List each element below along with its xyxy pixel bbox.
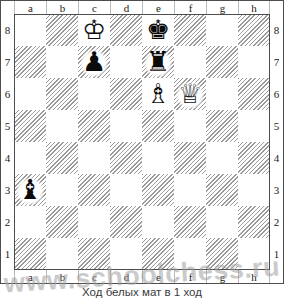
- rank-label-right-5: 5: [270, 110, 283, 142]
- board-grid: abcdefgh8♔♚87♟♜76♗♕655443♝32211abcdefgh: [1, 1, 283, 283]
- file-label-bottom-f: f: [174, 270, 206, 283]
- page: abcdefgh8♔♚87♟♜76♗♕655443♝32211abcdefgh …: [0, 0, 284, 300]
- square-e1[interactable]: [142, 238, 174, 270]
- square-d8[interactable]: [110, 14, 142, 46]
- file-label-bottom-a: a: [14, 270, 46, 283]
- square-g8[interactable]: [206, 14, 238, 46]
- piece-white-queen: ♕: [174, 78, 206, 110]
- square-g2[interactable]: [206, 206, 238, 238]
- square-h2[interactable]: [238, 206, 270, 238]
- file-label-top-e: e: [142, 1, 174, 14]
- rank-label-left-5: 5: [1, 110, 14, 142]
- square-h8[interactable]: [238, 14, 270, 46]
- square-f5[interactable]: [174, 110, 206, 142]
- rank-label-right-6: 6: [270, 78, 283, 110]
- rank-label-right-3: 3: [270, 174, 283, 206]
- square-e5[interactable]: [142, 110, 174, 142]
- square-b1[interactable]: [46, 238, 78, 270]
- square-h5[interactable]: [238, 110, 270, 142]
- square-c2[interactable]: [78, 206, 110, 238]
- square-d5[interactable]: [110, 110, 142, 142]
- file-label-top-d: d: [110, 1, 142, 14]
- file-label-bottom-h: h: [238, 270, 270, 283]
- piece-white-king: ♔: [78, 14, 110, 46]
- square-g6[interactable]: [206, 78, 238, 110]
- square-e6[interactable]: ♗: [142, 78, 174, 110]
- square-b6[interactable]: [46, 78, 78, 110]
- square-a6[interactable]: [14, 78, 46, 110]
- rank-label-right-1: 1: [270, 238, 283, 270]
- file-label-top-a: a: [14, 1, 46, 14]
- rank-label-left-4: 4: [1, 142, 14, 174]
- square-a1[interactable]: [14, 238, 46, 270]
- piece-black-king: ♚: [142, 14, 174, 46]
- piece-black-rook: ♜: [142, 46, 174, 78]
- rank-label-right-8: 8: [270, 14, 283, 46]
- square-h4[interactable]: [238, 142, 270, 174]
- file-label-top-c: c: [78, 1, 110, 14]
- piece-white-bishop: ♗: [142, 78, 174, 110]
- corner-bottom-left: [1, 270, 14, 283]
- rank-label-left-2: 2: [1, 206, 14, 238]
- square-c8[interactable]: ♔: [78, 14, 110, 46]
- square-g4[interactable]: [206, 142, 238, 174]
- square-c6[interactable]: [78, 78, 110, 110]
- square-c3[interactable]: [78, 174, 110, 206]
- chess-diagram: abcdefgh8♔♚87♟♜76♗♕655443♝32211abcdefgh: [0, 0, 284, 284]
- square-d2[interactable]: [110, 206, 142, 238]
- square-f7[interactable]: [174, 46, 206, 78]
- square-h3[interactable]: [238, 174, 270, 206]
- square-a8[interactable]: [14, 14, 46, 46]
- file-label-top-g: g: [206, 1, 238, 14]
- rank-label-right-2: 2: [270, 206, 283, 238]
- rank-label-left-3: 3: [1, 174, 14, 206]
- square-b4[interactable]: [46, 142, 78, 174]
- corner-top-right: [270, 1, 283, 14]
- square-f8[interactable]: [174, 14, 206, 46]
- rank-label-left-7: 7: [1, 46, 14, 78]
- square-a4[interactable]: [14, 142, 46, 174]
- square-d3[interactable]: [110, 174, 142, 206]
- square-e8[interactable]: ♚: [142, 14, 174, 46]
- square-h7[interactable]: [238, 46, 270, 78]
- square-d1[interactable]: [110, 238, 142, 270]
- square-c7[interactable]: ♟: [78, 46, 110, 78]
- file-label-top-h: h: [238, 1, 270, 14]
- square-a5[interactable]: [14, 110, 46, 142]
- rank-label-left-1: 1: [1, 238, 14, 270]
- square-g7[interactable]: [206, 46, 238, 78]
- square-a3[interactable]: ♝: [14, 174, 46, 206]
- square-e7[interactable]: ♜: [142, 46, 174, 78]
- square-b3[interactable]: [46, 174, 78, 206]
- square-e4[interactable]: [142, 142, 174, 174]
- square-d6[interactable]: [110, 78, 142, 110]
- square-a2[interactable]: [14, 206, 46, 238]
- square-a7[interactable]: [14, 46, 46, 78]
- square-f1[interactable]: [174, 238, 206, 270]
- square-f3[interactable]: [174, 174, 206, 206]
- rank-label-right-4: 4: [270, 142, 283, 174]
- piece-black-bishop: ♝: [14, 174, 46, 206]
- square-g3[interactable]: [206, 174, 238, 206]
- square-c5[interactable]: [78, 110, 110, 142]
- square-h6[interactable]: [238, 78, 270, 110]
- square-f2[interactable]: [174, 206, 206, 238]
- square-c1[interactable]: [78, 238, 110, 270]
- rank-label-right-7: 7: [270, 46, 283, 78]
- square-f6[interactable]: ♕: [174, 78, 206, 110]
- file-label-top-b: b: [46, 1, 78, 14]
- square-e2[interactable]: [142, 206, 174, 238]
- square-e3[interactable]: [142, 174, 174, 206]
- square-d4[interactable]: [110, 142, 142, 174]
- file-label-bottom-d: d: [110, 270, 142, 283]
- corner-bottom-right: [270, 270, 283, 283]
- square-g1[interactable]: [206, 238, 238, 270]
- file-label-bottom-c: c: [78, 270, 110, 283]
- file-label-bottom-e: e: [142, 270, 174, 283]
- square-b2[interactable]: [46, 206, 78, 238]
- file-label-bottom-b: b: [46, 270, 78, 283]
- square-g5[interactable]: [206, 110, 238, 142]
- square-d7[interactable]: [110, 46, 142, 78]
- puzzle-caption: Ход белых мат в 1 ход: [0, 284, 284, 300]
- file-label-bottom-g: g: [206, 270, 238, 283]
- square-f4[interactable]: [174, 142, 206, 174]
- piece-black-pawn: ♟: [78, 46, 110, 78]
- square-b5[interactable]: [46, 110, 78, 142]
- square-b8[interactable]: [46, 14, 78, 46]
- square-b7[interactable]: [46, 46, 78, 78]
- corner-top-left: [1, 1, 14, 14]
- file-label-top-f: f: [174, 1, 206, 14]
- square-h1[interactable]: [238, 238, 270, 270]
- rank-label-left-6: 6: [1, 78, 14, 110]
- square-c4[interactable]: [78, 142, 110, 174]
- rank-label-left-8: 8: [1, 14, 14, 46]
